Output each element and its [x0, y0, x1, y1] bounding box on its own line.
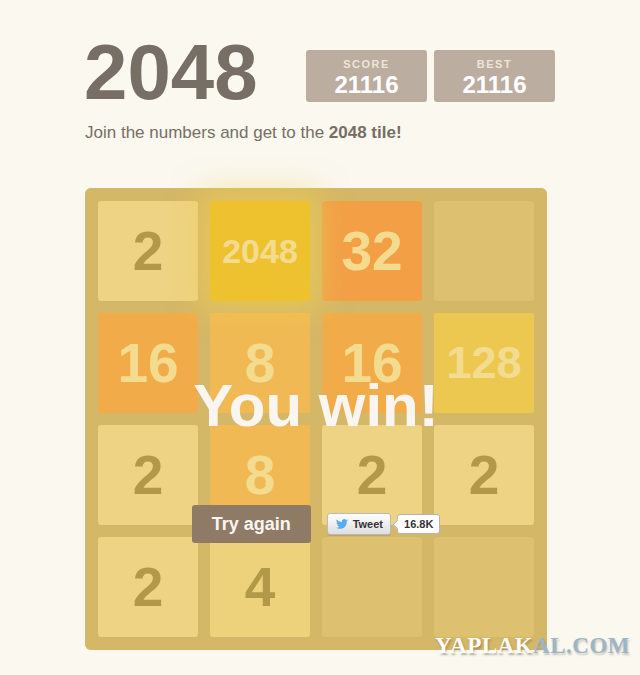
tweet-button-label: Tweet — [353, 518, 383, 530]
count-bubble-arrow — [393, 520, 403, 530]
tweet-count-value: 16.8K — [404, 518, 433, 530]
tweet-count-bubble[interactable]: 16.8K — [397, 514, 440, 534]
score-box: SCORE 21116 — [306, 50, 427, 102]
win-message: You win! — [85, 371, 547, 440]
win-overlay: You win! Try again Tweet 16.8K — [85, 188, 547, 650]
try-again-button[interactable]: Try again — [192, 505, 311, 543]
watermark-part2: AL.COM — [533, 633, 630, 658]
twitter-bird-icon — [335, 518, 349, 530]
tweet-button[interactable]: Tweet — [327, 513, 391, 535]
best-label: BEST — [434, 58, 555, 70]
score-label: SCORE — [306, 58, 427, 70]
subtitle: Join the numbers and get to the 2048 til… — [85, 123, 402, 143]
best-value: 21116 — [434, 71, 555, 99]
watermark-part1: YAPLAK — [435, 633, 533, 658]
game-board: 220483216816128282224 You win! Try again… — [85, 188, 547, 650]
overlay-buttons: Try again Tweet 16.8K — [85, 505, 547, 543]
app-title: 2048 — [84, 33, 258, 111]
score-panel: SCORE 21116 BEST 21116 — [305, 50, 555, 102]
page: 2048 SCORE 21116 BEST 21116 Join the num… — [0, 0, 640, 675]
subtitle-text: Join the numbers and get to the — [85, 123, 329, 142]
subtitle-goal: 2048 tile! — [329, 123, 402, 142]
tweet-widget: Tweet 16.8K — [327, 513, 441, 535]
watermark: YAPLAKAL.COM — [435, 633, 630, 659]
score-value: 21116 — [306, 71, 427, 99]
best-box: BEST 21116 — [434, 50, 555, 102]
